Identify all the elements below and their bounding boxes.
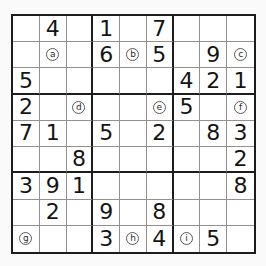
cell-r2c9[interactable]: c (227, 42, 254, 68)
cell-r7c1: 3 (13, 173, 40, 199)
cell-r8c3[interactable] (67, 200, 94, 226)
cell-r8c4: 9 (93, 200, 120, 226)
cell-r9c8: 5 (200, 226, 227, 252)
cell-r5c2: 1 (40, 121, 67, 147)
cell-r5c9: 3 (227, 121, 254, 147)
cell-r8c1[interactable] (13, 200, 40, 226)
cell-r1c2: 4 (40, 16, 67, 42)
cell-r2c8: 9 (200, 42, 227, 68)
cell-r4c8[interactable] (200, 95, 227, 121)
cell-r4c6[interactable]: e (147, 95, 174, 121)
cell-r6c1[interactable] (13, 147, 40, 173)
cell-r9c3[interactable] (67, 226, 94, 252)
cell-r2c5[interactable]: b (120, 42, 147, 68)
cell-r8c2: 2 (40, 200, 67, 226)
cell-r6c8[interactable] (200, 147, 227, 173)
cell-r3c4[interactable] (93, 68, 120, 94)
cell-r9c6: 4 (147, 226, 174, 252)
cell-r1c6: 7 (147, 16, 174, 42)
cell-r9c1[interactable]: g (13, 226, 40, 252)
circled-letter-f: f (234, 101, 247, 114)
cell-r3c7: 4 (174, 68, 201, 94)
cell-r2c2[interactable]: a (40, 42, 67, 68)
cell-r1c4: 1 (93, 16, 120, 42)
cell-r4c3[interactable]: d (67, 95, 94, 121)
cell-r6c4[interactable] (93, 147, 120, 173)
cell-r3c2[interactable] (40, 68, 67, 94)
cell-r1c3[interactable] (67, 16, 94, 42)
cell-r9c2[interactable] (40, 226, 67, 252)
cell-r8c6: 8 (147, 200, 174, 226)
cell-r2c6: 5 (147, 42, 174, 68)
cell-r9c9[interactable] (227, 226, 254, 252)
cell-r8c5[interactable] (120, 200, 147, 226)
circled-letter-i: i (180, 232, 193, 245)
cell-r8c7[interactable] (174, 200, 201, 226)
cell-r4c9[interactable]: f (227, 95, 254, 121)
cell-r5c3[interactable] (67, 121, 94, 147)
cell-r5c1: 7 (13, 121, 40, 147)
cell-r6c9: 2 (227, 147, 254, 173)
cell-r6c7[interactable] (174, 147, 201, 173)
cell-r2c7[interactable] (174, 42, 201, 68)
cell-r4c4[interactable] (93, 95, 120, 121)
cell-r5c8: 8 (200, 121, 227, 147)
cell-r7c7[interactable] (174, 173, 201, 199)
cell-r5c7[interactable] (174, 121, 201, 147)
cell-r3c6[interactable] (147, 68, 174, 94)
cell-r2c1[interactable] (13, 42, 40, 68)
cell-r1c1[interactable] (13, 16, 40, 42)
cell-r2c3[interactable] (67, 42, 94, 68)
circled-letter-c: c (234, 48, 247, 61)
cell-r9c4: 3 (93, 226, 120, 252)
cell-r7c2: 9 (40, 173, 67, 199)
cell-r5c5[interactable] (120, 121, 147, 147)
cell-r3c3[interactable] (67, 68, 94, 94)
cell-r6c5[interactable] (120, 147, 147, 173)
cell-r7c3: 1 (67, 173, 94, 199)
cell-r3c5[interactable] (120, 68, 147, 94)
cell-r7c8[interactable] (200, 173, 227, 199)
cell-r2c4: 6 (93, 42, 120, 68)
circled-letter-b: b (126, 48, 139, 61)
cell-r1c8[interactable] (200, 16, 227, 42)
circled-letter-a: a (46, 48, 59, 61)
cell-r4c1: 2 (13, 95, 40, 121)
circled-letter-d: d (72, 101, 85, 114)
cell-r3c8: 2 (200, 68, 227, 94)
cell-r9c5[interactable]: h (120, 226, 147, 252)
cell-r3c1: 5 (13, 68, 40, 94)
cell-r1c7[interactable] (174, 16, 201, 42)
cell-r7c4[interactable] (93, 173, 120, 199)
circled-letter-e: e (153, 101, 166, 114)
cell-r5c4: 5 (93, 121, 120, 147)
cell-r4c2[interactable] (40, 95, 67, 121)
cell-r6c2[interactable] (40, 147, 67, 173)
cell-r9c7[interactable]: i (174, 226, 201, 252)
cell-r8c9[interactable] (227, 200, 254, 226)
cell-r6c6[interactable] (147, 147, 174, 173)
sudoku-board: 417a6b59c54212de5f715283823918298g3h4i5 (11, 14, 256, 254)
circled-letter-g: g (19, 232, 32, 245)
cell-r7c6[interactable] (147, 173, 174, 199)
cell-r1c5[interactable] (120, 16, 147, 42)
cell-r8c8[interactable] (200, 200, 227, 226)
cell-r7c5[interactable] (120, 173, 147, 199)
cell-r6c3: 8 (67, 147, 94, 173)
cell-r1c9[interactable] (227, 16, 254, 42)
cell-r7c9: 8 (227, 173, 254, 199)
cell-r4c7: 5 (174, 95, 201, 121)
cell-r4c5[interactable] (120, 95, 147, 121)
cell-r3c9: 1 (227, 68, 254, 94)
circled-letter-h: h (126, 232, 139, 245)
cell-r5c6: 2 (147, 121, 174, 147)
